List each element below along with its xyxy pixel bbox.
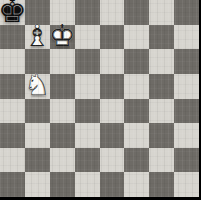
square-d6[interactable]	[75, 49, 100, 74]
square-g4[interactable]	[149, 99, 174, 124]
black-king-glyph: ♚	[0, 0, 27, 27]
white-king-outline: ♔	[49, 21, 76, 51]
square-d3[interactable]	[75, 123, 100, 148]
square-d2[interactable]	[75, 148, 100, 173]
square-e8[interactable]	[100, 0, 125, 25]
square-d1[interactable]	[75, 172, 100, 197]
square-f4[interactable]	[124, 99, 149, 124]
square-b5[interactable]: ♞♘	[25, 74, 50, 99]
square-f3[interactable]	[124, 123, 149, 148]
white-bishop-outline: ♗	[24, 21, 51, 51]
square-d4[interactable]	[75, 99, 100, 124]
white-knight[interactable]: ♞♘	[25, 74, 50, 99]
square-d5[interactable]	[75, 74, 100, 99]
square-h3[interactable]	[174, 123, 199, 148]
white-bishop[interactable]: ♝♗	[25, 25, 50, 50]
square-a1[interactable]	[0, 172, 25, 197]
square-e1[interactable]	[100, 172, 125, 197]
square-c6[interactable]	[50, 49, 75, 74]
square-a8[interactable]: ♚	[0, 0, 25, 25]
square-c2[interactable]	[50, 148, 75, 173]
white-king[interactable]: ♚♔	[50, 25, 75, 50]
square-d8[interactable]	[75, 0, 100, 25]
square-c7[interactable]: ♚♔	[50, 25, 75, 50]
square-h7[interactable]	[174, 25, 199, 50]
chess-board-frame: ♚♝♗♚♔♞♘	[0, 0, 201, 200]
square-g2[interactable]	[149, 148, 174, 173]
square-g8[interactable]	[149, 0, 174, 25]
square-h4[interactable]	[174, 99, 199, 124]
square-h6[interactable]	[174, 49, 199, 74]
square-c4[interactable]	[50, 99, 75, 124]
square-f6[interactable]	[124, 49, 149, 74]
square-a3[interactable]	[0, 123, 25, 148]
square-b4[interactable]	[25, 99, 50, 124]
square-b2[interactable]	[25, 148, 50, 173]
square-e5[interactable]	[100, 74, 125, 99]
square-h8[interactable]	[174, 0, 199, 25]
square-f1[interactable]	[124, 172, 149, 197]
square-h1[interactable]	[174, 172, 199, 197]
white-knight-outline: ♘	[24, 70, 51, 100]
black-king[interactable]: ♚	[0, 0, 25, 25]
square-g3[interactable]	[149, 123, 174, 148]
square-g5[interactable]	[149, 74, 174, 99]
square-g1[interactable]	[149, 172, 174, 197]
square-e4[interactable]	[100, 99, 125, 124]
square-b3[interactable]	[25, 123, 50, 148]
square-c5[interactable]	[50, 74, 75, 99]
square-g6[interactable]	[149, 49, 174, 74]
square-e7[interactable]	[100, 25, 125, 50]
square-g7[interactable]	[149, 25, 174, 50]
square-a4[interactable]	[0, 99, 25, 124]
square-e6[interactable]	[100, 49, 125, 74]
square-b1[interactable]	[25, 172, 50, 197]
square-h5[interactable]	[174, 74, 199, 99]
square-c1[interactable]	[50, 172, 75, 197]
square-a6[interactable]	[0, 49, 25, 74]
square-a2[interactable]	[0, 148, 25, 173]
square-b7[interactable]: ♝♗	[25, 25, 50, 50]
square-e2[interactable]	[100, 148, 125, 173]
square-c3[interactable]	[50, 123, 75, 148]
square-f7[interactable]	[124, 25, 149, 50]
chess-board: ♚♝♗♚♔♞♘	[0, 0, 199, 197]
square-a5[interactable]	[0, 74, 25, 99]
square-f5[interactable]	[124, 74, 149, 99]
square-h2[interactable]	[174, 148, 199, 173]
square-d7[interactable]	[75, 25, 100, 50]
square-e3[interactable]	[100, 123, 125, 148]
square-f8[interactable]	[124, 0, 149, 25]
square-f2[interactable]	[124, 148, 149, 173]
